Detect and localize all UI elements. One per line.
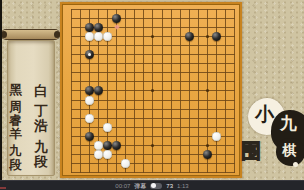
white-stone [94,32,103,41]
player-scroll: 白丁浩九段 黑周睿羊九段 [2,26,59,176]
grid-line-h [71,100,235,101]
white-stone [94,141,103,150]
go-board [60,2,242,178]
grid-line-h [71,136,235,137]
white-player-column: 白丁浩九段 [33,82,49,168]
scroll-char: 段 [34,153,48,168]
danmaku-toggle[interactable] [150,183,162,189]
black-stone [185,32,194,41]
white-stone [121,159,130,168]
toggle-knob[interactable] [151,183,156,188]
frame-edge [0,0,2,181]
current-time-label: 00:07 [115,183,130,189]
grid-line-v [234,9,235,173]
white-stone [85,96,94,105]
logo-char-qi: 棋 [282,144,296,158]
white-stone [85,114,94,123]
grid-line-h [71,172,235,173]
danmaku-label: 弹幕 [134,183,146,189]
grid-line-v [171,9,172,173]
scroll-char: 九 [34,138,48,153]
star-point [206,35,209,38]
grid-line-v [180,9,181,173]
white-stone [103,150,112,159]
black-stone [85,23,94,32]
scroll-char: 九 [9,143,22,157]
white-stone [85,32,94,41]
black-stone [212,32,221,41]
scroll-rod [2,30,59,39]
last-move-marker [88,53,91,56]
grid-line-v [225,9,226,173]
scroll-char: 羊 [9,126,22,140]
logo-char-wei: 围 [241,141,261,161]
grid-line-h [71,109,235,110]
scroll-char: 白 [34,82,48,97]
channel-logo: 小 九 围 棋 [238,96,304,178]
grid-line-h [71,163,235,164]
grid-line-h [71,127,235,128]
grid-line-v [162,9,163,173]
scroll-char: 丁 [34,102,48,117]
scroll-char: 段 [9,157,22,171]
black-player-column: 黑周睿羊九段 [8,82,23,171]
total-time-label: 1:13 [177,183,189,189]
star-point [206,144,209,147]
black-stone [112,141,121,150]
scroll-char: 睿 [9,113,22,127]
black-stone [85,86,94,95]
logo-white-dot [293,162,298,167]
scroll-char: 浩 [34,117,48,132]
black-stone [112,14,121,23]
black-stone [94,23,103,32]
danmaku-count: 73 [166,183,173,189]
video-player-bar[interactable]: 00:07 弹幕 73 1:13 [0,180,304,190]
black-stone [94,86,103,95]
hint-marker [114,24,120,30]
logo-char-xiao: 小 [255,105,274,124]
white-stone [94,150,103,159]
white-stone [103,123,112,132]
scroll-char: 黑 [9,82,22,96]
white-stone [212,132,221,141]
grid-line-v [198,9,199,173]
white-stone [103,32,112,41]
black-stone [85,132,94,141]
grid-line-h [71,118,235,119]
black-stone [203,150,212,159]
player-controls: 00:07 弹幕 73 1:13 [0,181,304,190]
logo-char-jiu: 九 [280,115,297,132]
black-stone [103,141,112,150]
scroll-char: 周 [9,99,22,113]
